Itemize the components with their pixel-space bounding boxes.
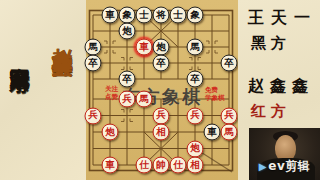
play-triangle-icon: ▶ [259,162,267,172]
piece-red-馬-f3r5[interactable]: 馬 [136,91,153,108]
piece-black-卒-f4r3[interactable]: 卒 [153,55,170,72]
piece-red-炮-f6r8[interactable]: 炮 [187,140,204,157]
red-player-name: 赵鑫鑫 [248,76,320,97]
piece-black-将-f4r0[interactable]: 将 [153,7,170,24]
watermark-follow-like: 关注 点赞 [105,85,118,101]
piece-red-仕-f5r9[interactable]: 仕 [170,157,187,174]
piece-red-馬-f8r7[interactable]: 馬 [221,124,238,141]
title-zhao-xinxin-sacrifice: 赵鑫鑫弃空头 [48,31,76,40]
piece-red-相-f6r9[interactable]: 相 [187,157,204,174]
piece-red-兵-f6r6[interactable]: 兵 [187,107,204,124]
piece-black-馬-f0r2[interactable]: 馬 [85,39,102,56]
piece-red-兵-f0r6[interactable]: 兵 [85,107,102,124]
piece-red-仕-f3r9[interactable]: 仕 [136,157,153,174]
piece-red-相-f4r7[interactable]: 相 [153,124,170,141]
piece-black-象-f2r0[interactable]: 象 [119,7,136,24]
piece-black-卒-f0r3[interactable]: 卒 [85,55,102,72]
title-national-champion: 全国冠军对杀 [7,52,34,58]
piece-red-兵-f2r5[interactable]: 兵 [119,91,136,108]
piece-black-馬-f6r2[interactable]: 馬 [187,39,204,56]
ev-recorder-watermark: ▶ ev剪辑 [249,158,320,175]
piece-black-車-f7r7[interactable]: 車 [204,124,221,141]
piece-black-炮-f2r1[interactable]: 炮 [119,23,136,40]
left-title-panel: 全国冠军对杀 赵鑫鑫弃空头 [0,0,86,180]
piece-black-士-f3r0[interactable]: 士 [136,7,153,24]
piece-red-車-f3r2[interactable]: 車 [136,39,153,56]
red-side-label: 红方 [251,102,320,121]
black-player-name: 王天一 [248,8,320,29]
webcam-video: ▶ ev剪辑 [249,128,320,180]
piece-black-象-f6r0[interactable]: 象 [187,7,204,24]
watermark-free-learn: 免费 学象棋 [205,86,225,102]
piece-red-兵-f4r6[interactable]: 兵 [153,107,170,124]
piece-black-卒-f6r4[interactable]: 卒 [187,71,204,88]
piece-red-帥-f4r9[interactable]: 帥 [153,157,170,174]
ev-watermark-text: ev剪辑 [268,158,310,175]
piece-red-車-f1r9[interactable]: 車 [102,157,119,174]
black-side-label: 黑方 [251,34,320,53]
piece-black-卒-f2r4[interactable]: 卒 [119,71,136,88]
piece-black-炮-f4r2[interactable]: 炮 [153,39,170,56]
piece-black-卒-f8r3[interactable]: 卒 [221,55,238,72]
piece-black-車-f1r0[interactable]: 車 [102,7,119,24]
piece-red-兵-f8r6[interactable]: 兵 [221,107,238,124]
piece-red-炮-f1r7[interactable]: 炮 [102,124,119,141]
piece-black-士-f5r0[interactable]: 士 [170,7,187,24]
xiangqi-board[interactable]: 东方象棋 关注 点赞 免费 学象棋 車象士将士象炮馬車炮馬卒卒卒卒卒兵馬兵兵兵兵… [86,0,238,180]
